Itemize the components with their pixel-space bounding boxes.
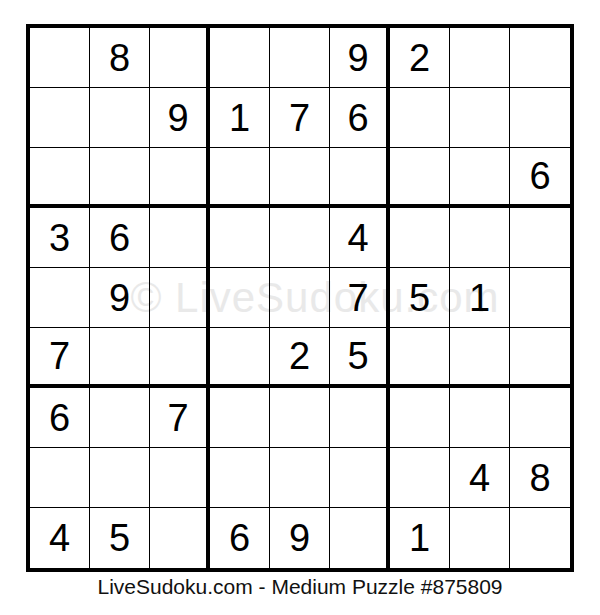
sudoku-cell: 6 [90,208,150,268]
sudoku-cell [90,448,150,508]
given-digit: 1 [409,519,430,557]
sudoku-cell [510,28,570,88]
sudoku-cell [450,28,510,88]
sudoku-cell: 6 [30,388,90,448]
given-digit: 6 [529,157,550,195]
sudoku-cell [450,148,510,208]
sudoku-cell [150,328,210,388]
sudoku-cell [270,388,330,448]
sudoku-cell: 7 [30,328,90,388]
sudoku-cell [510,208,570,268]
sudoku-cell [210,28,270,88]
sudoku-cell [390,388,450,448]
given-digit: 7 [347,279,368,317]
given-digit: 1 [229,99,250,137]
sudoku-cell: 4 [450,448,510,508]
given-digit: 4 [49,519,70,557]
sudoku-cell: 7 [270,88,330,148]
sudoku-cell: 7 [150,388,210,448]
given-digit: 6 [49,399,70,437]
sudoku-cell [390,448,450,508]
sudoku-cell [150,28,210,88]
sudoku-cell: 6 [510,148,570,208]
sudoku-cell [30,448,90,508]
sudoku-cell [510,388,570,448]
sudoku-cell [210,148,270,208]
sudoku-cell: 2 [270,328,330,388]
sudoku-cell: 6 [210,508,270,568]
given-digit: 9 [289,519,310,557]
sudoku-cell [330,148,390,208]
sudoku-cell [450,388,510,448]
sudoku-cell [510,88,570,148]
sudoku-cell [270,148,330,208]
given-digit: 4 [347,219,368,257]
given-digit: 7 [167,399,188,437]
sudoku-cell: 3 [30,208,90,268]
sudoku-cell: 2 [390,28,450,88]
sudoku-cell [450,508,510,568]
sudoku-cell [210,388,270,448]
sudoku-cell: 5 [90,508,150,568]
sudoku-cell [450,328,510,388]
sudoku-cell [210,208,270,268]
given-digit: 2 [409,39,430,77]
sudoku-cell: 8 [510,448,570,508]
sudoku-cell [390,88,450,148]
sudoku-cell: 9 [150,88,210,148]
puzzle-caption: LiveSudoku.com - Medium Puzzle #875809 [0,575,600,599]
given-digit: 8 [529,459,550,497]
sudoku-cell [30,148,90,208]
given-digit: 6 [347,99,368,137]
sudoku-cell [270,208,330,268]
puzzle-page: © LiveSudoku.com 89291766364975172567484… [0,0,600,615]
given-digit: 7 [289,99,310,137]
sudoku-cell [150,508,210,568]
given-digit: 8 [109,39,130,77]
sudoku-cell [210,328,270,388]
sudoku-cell [510,268,570,328]
sudoku-cell [30,268,90,328]
given-digit: 5 [109,519,130,557]
sudoku-cell [450,88,510,148]
sudoku-cell [150,148,210,208]
sudoku-cell: 7 [330,268,390,328]
sudoku-cell [330,508,390,568]
given-digit: 7 [49,337,70,375]
sudoku-cell [510,508,570,568]
given-digit: 9 [347,39,368,77]
sudoku-cell [510,328,570,388]
sudoku-cell [270,448,330,508]
sudoku-cell [390,148,450,208]
sudoku-cell [90,388,150,448]
given-digit: 9 [109,279,130,317]
sudoku-cell [270,268,330,328]
sudoku-cell: 9 [330,28,390,88]
sudoku-cell: 1 [450,268,510,328]
sudoku-cell [30,28,90,88]
given-digit: 5 [409,279,430,317]
sudoku-cell [390,208,450,268]
sudoku-cell: 4 [330,208,390,268]
sudoku-cell [210,268,270,328]
sudoku-cell: 4 [30,508,90,568]
sudoku-cell [150,268,210,328]
sudoku-cell [210,448,270,508]
sudoku-cell: 9 [90,268,150,328]
sudoku-cell [90,328,150,388]
sudoku-board: 892917663649751725674845691 [26,24,574,572]
sudoku-cell: 5 [390,268,450,328]
sudoku-cell: 1 [390,508,450,568]
given-digit: 6 [109,219,130,257]
given-digit: 3 [49,219,70,257]
sudoku-cell: 6 [330,88,390,148]
given-digit: 9 [167,99,188,137]
sudoku-cell [90,148,150,208]
sudoku-cell [30,88,90,148]
given-digit: 4 [469,459,490,497]
sudoku-cell [330,448,390,508]
sudoku-cell [390,328,450,388]
sudoku-cell: 9 [270,508,330,568]
given-digit: 2 [289,337,310,375]
sudoku-cell: 8 [90,28,150,88]
sudoku-cell [150,208,210,268]
sudoku-cell [150,448,210,508]
sudoku-cell [450,208,510,268]
sudoku-cell: 5 [330,328,390,388]
sudoku-cell [270,28,330,88]
given-digit: 6 [229,519,250,557]
sudoku-cell [90,88,150,148]
given-digit: 1 [469,279,490,317]
sudoku-cell [330,388,390,448]
sudoku-cell: 1 [210,88,270,148]
given-digit: 5 [347,337,368,375]
